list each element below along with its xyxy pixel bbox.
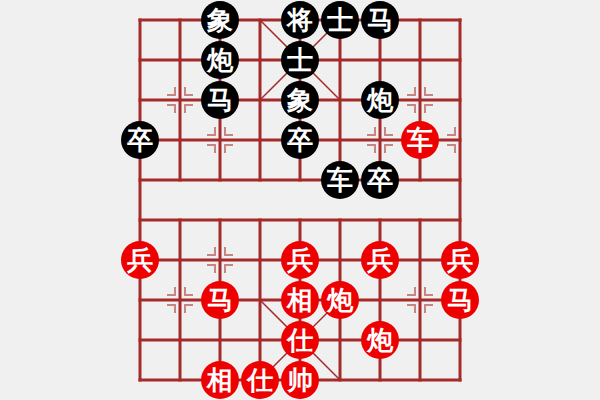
piece-black-elephant[interactable]: 象 [201,1,239,39]
piece-red-elephant[interactable]: 相 [201,361,239,399]
piece-black-advisor[interactable]: 士 [281,41,319,79]
piece-red-advisor[interactable]: 仕 [241,361,279,399]
piece-black-chariot[interactable]: 车 [321,161,359,199]
piece-black-general[interactable]: 将 [281,1,319,39]
piece-black-soldier[interactable]: 卒 [361,161,399,199]
piece-red-soldier[interactable]: 兵 [121,241,159,279]
piece-red-cannon[interactable]: 炮 [361,321,399,359]
piece-red-elephant[interactable]: 相 [281,281,319,319]
piece-black-soldier[interactable]: 卒 [121,121,159,159]
piece-black-elephant[interactable]: 象 [281,81,319,119]
piece-black-soldier[interactable]: 卒 [281,121,319,159]
piece-red-horse[interactable]: 马 [201,281,239,319]
piece-red-soldier[interactable]: 兵 [361,241,399,279]
piece-red-cannon[interactable]: 炮 [321,281,359,319]
piece-red-advisor[interactable]: 仕 [281,321,319,359]
board-area: 象将士马炮士马象炮卒卒车车卒兵兵兵兵马相炮马仕炮相仕帅 [0,0,600,400]
piece-black-horse[interactable]: 马 [361,1,399,39]
piece-black-advisor[interactable]: 士 [321,1,359,39]
pieces-layer: 象将士马炮士马象炮卒卒车车卒兵兵兵兵马相炮马仕炮相仕帅 [0,0,600,400]
piece-black-horse[interactable]: 马 [201,81,239,119]
piece-red-soldier[interactable]: 兵 [441,241,479,279]
piece-black-cannon[interactable]: 炮 [201,41,239,79]
piece-red-chariot[interactable]: 车 [401,121,439,159]
piece-black-cannon[interactable]: 炮 [361,81,399,119]
piece-red-general[interactable]: 帅 [281,361,319,399]
piece-red-soldier[interactable]: 兵 [281,241,319,279]
piece-red-horse[interactable]: 马 [441,281,479,319]
